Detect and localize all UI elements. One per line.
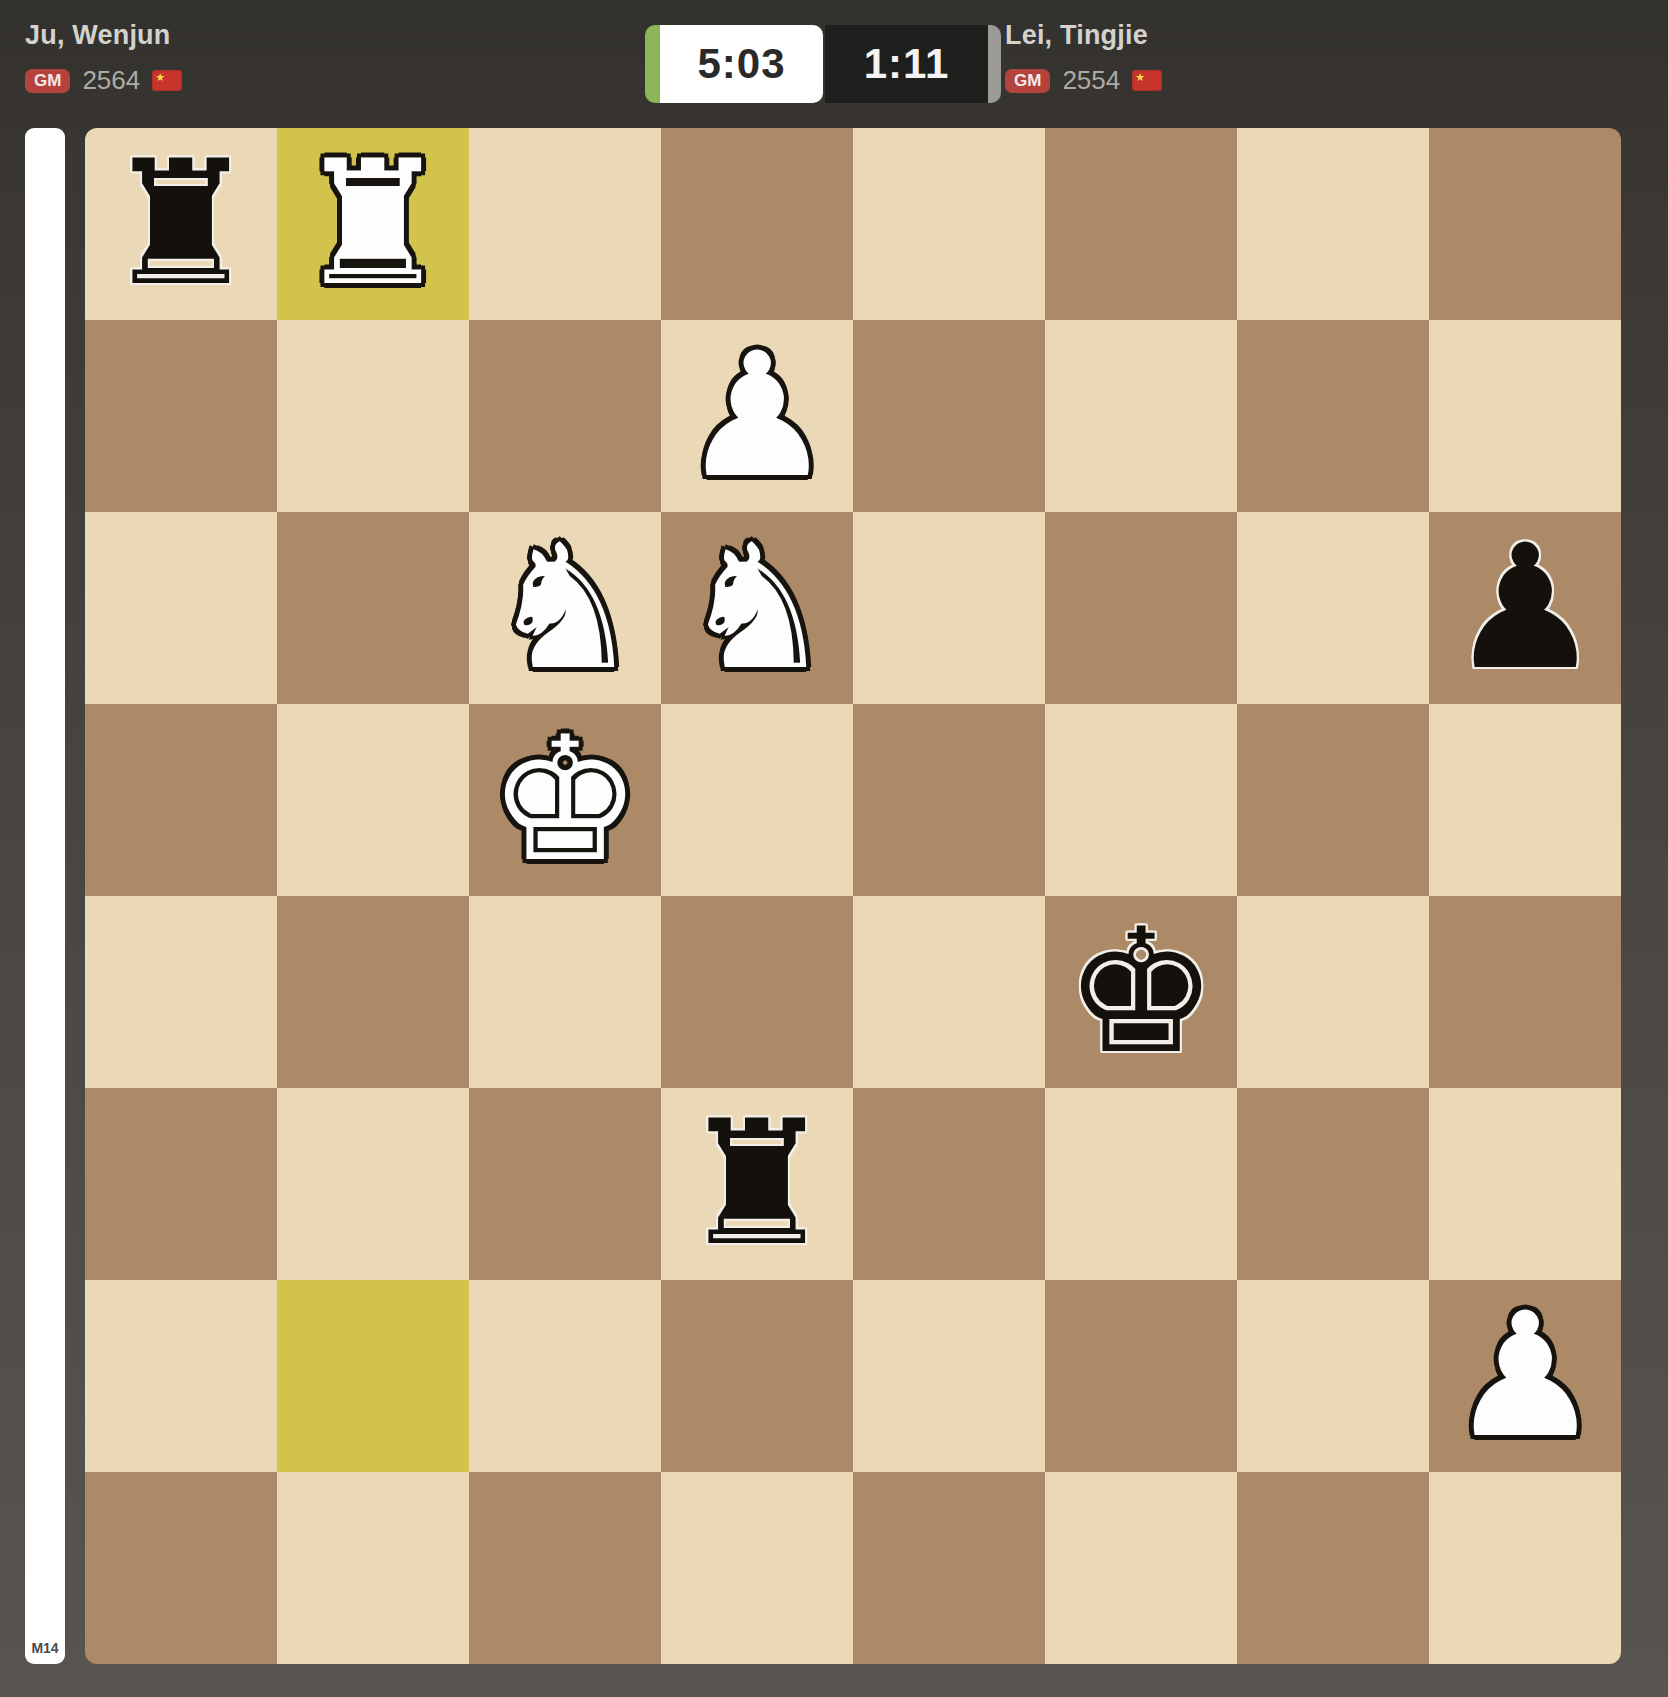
black-pawn[interactable]: ♟ (1448, 512, 1602, 704)
white-king[interactable]: ♚ (488, 704, 642, 896)
broadcast-header: Ju, Wenjun GM 2564 ★ 5:03 1:11 Lei, Ting… (0, 0, 1668, 118)
white-knight[interactable]: ♞ (488, 512, 642, 704)
square-h5[interactable] (1429, 704, 1621, 896)
square-c7[interactable] (469, 320, 661, 512)
white-player-sub: GM 2564 ★ (25, 65, 182, 96)
square-h6[interactable]: ♟ (1429, 512, 1621, 704)
square-d6[interactable]: ♞ (661, 512, 853, 704)
square-b8[interactable]: ♜ (277, 128, 469, 320)
black-title-badge: GM (1005, 69, 1050, 93)
square-h1[interactable] (1429, 1472, 1621, 1664)
white-rook[interactable]: ♜ (296, 128, 450, 320)
square-c4[interactable] (469, 896, 661, 1088)
inactive-clock-indicator (988, 25, 1001, 103)
square-h2[interactable]: ♟ (1429, 1280, 1621, 1472)
white-knight[interactable]: ♞ (680, 512, 834, 704)
white-player-name: Ju, Wenjun (25, 20, 182, 51)
black-rook[interactable]: ♜ (104, 128, 258, 320)
square-d8[interactable] (661, 128, 853, 320)
square-h8[interactable] (1429, 128, 1621, 320)
square-c8[interactable] (469, 128, 661, 320)
black-player-sub: GM 2554 ★ (1005, 65, 1162, 96)
square-b5[interactable] (277, 704, 469, 896)
black-rook[interactable]: ♜ (680, 1088, 834, 1280)
square-c1[interactable] (469, 1472, 661, 1664)
square-b3[interactable] (277, 1088, 469, 1280)
square-e5[interactable] (853, 704, 1045, 896)
square-c2[interactable] (469, 1280, 661, 1472)
square-g3[interactable] (1237, 1088, 1429, 1280)
square-c5[interactable]: ♚ (469, 704, 661, 896)
square-c3[interactable] (469, 1088, 661, 1280)
square-b1[interactable] (277, 1472, 469, 1664)
square-a4[interactable] (85, 896, 277, 1088)
white-clock: 5:03 (660, 25, 823, 103)
square-d3[interactable]: ♜ (661, 1088, 853, 1280)
white-player-info: Ju, Wenjun GM 2564 ★ (25, 20, 182, 96)
square-f2[interactable] (1045, 1280, 1237, 1472)
black-king[interactable]: ♚ (1064, 896, 1218, 1088)
square-c6[interactable]: ♞ (469, 512, 661, 704)
square-a3[interactable] (85, 1088, 277, 1280)
square-a8[interactable]: ♜ (85, 128, 277, 320)
square-a6[interactable] (85, 512, 277, 704)
square-a5[interactable] (85, 704, 277, 896)
square-d4[interactable] (661, 896, 853, 1088)
square-h7[interactable] (1429, 320, 1621, 512)
square-g8[interactable] (1237, 128, 1429, 320)
square-f4[interactable]: ♚ (1045, 896, 1237, 1088)
white-pawn[interactable]: ♟ (1448, 1280, 1602, 1472)
white-pawn[interactable]: ♟ (680, 320, 834, 512)
square-d1[interactable] (661, 1472, 853, 1664)
china-flag-icon: ★ (1132, 70, 1162, 91)
eval-bar: M14 (25, 128, 65, 1664)
black-player-name: Lei, Tingjie (1005, 20, 1162, 51)
square-f8[interactable] (1045, 128, 1237, 320)
eval-label: M14 (31, 1640, 58, 1664)
square-b4[interactable] (277, 896, 469, 1088)
black-rating: 2554 (1062, 65, 1120, 96)
square-b2[interactable] (277, 1280, 469, 1472)
square-d5[interactable] (661, 704, 853, 896)
square-g6[interactable] (1237, 512, 1429, 704)
square-d7[interactable]: ♟ (661, 320, 853, 512)
square-f6[interactable] (1045, 512, 1237, 704)
white-rating: 2564 (82, 65, 140, 96)
square-b6[interactable] (277, 512, 469, 704)
square-a1[interactable] (85, 1472, 277, 1664)
black-clock: 1:11 (825, 25, 988, 103)
square-h3[interactable] (1429, 1088, 1621, 1280)
white-title-badge: GM (25, 69, 70, 93)
square-b7[interactable] (277, 320, 469, 512)
china-flag-icon: ★ (152, 70, 182, 91)
square-g1[interactable] (1237, 1472, 1429, 1664)
square-e3[interactable] (853, 1088, 1045, 1280)
square-f3[interactable] (1045, 1088, 1237, 1280)
square-f7[interactable] (1045, 320, 1237, 512)
square-e6[interactable] (853, 512, 1045, 704)
black-player-info: Lei, Tingjie GM 2554 ★ (1005, 20, 1162, 96)
square-e7[interactable] (853, 320, 1045, 512)
square-f5[interactable] (1045, 704, 1237, 896)
square-a7[interactable] (85, 320, 277, 512)
square-e1[interactable] (853, 1472, 1045, 1664)
square-g7[interactable] (1237, 320, 1429, 512)
square-e4[interactable] (853, 896, 1045, 1088)
square-g4[interactable] (1237, 896, 1429, 1088)
active-clock-indicator (645, 25, 660, 103)
square-a2[interactable] (85, 1280, 277, 1472)
square-g2[interactable] (1237, 1280, 1429, 1472)
square-g5[interactable] (1237, 704, 1429, 896)
square-e8[interactable] (853, 128, 1045, 320)
square-e2[interactable] (853, 1280, 1045, 1472)
chess-board[interactable]: ♜♜♟♞♞♟♚♚♜♟ (85, 128, 1621, 1664)
square-f1[interactable] (1045, 1472, 1237, 1664)
square-h4[interactable] (1429, 896, 1621, 1088)
square-d2[interactable] (661, 1280, 853, 1472)
clock-group: 5:03 1:11 (645, 25, 1001, 103)
